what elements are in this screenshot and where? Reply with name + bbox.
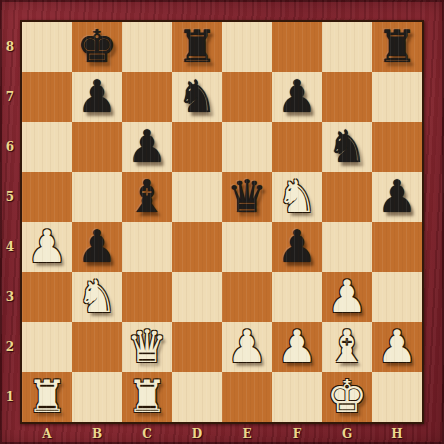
square-g1[interactable]: ♚ bbox=[322, 372, 372, 422]
square-g8[interactable] bbox=[322, 22, 372, 72]
piece-black-pawn[interactable]: ♟ bbox=[72, 222, 122, 272]
piece-black-pawn[interactable]: ♟ bbox=[122, 122, 172, 172]
square-e3[interactable] bbox=[222, 272, 272, 322]
square-a7[interactable] bbox=[22, 72, 72, 122]
chess-board: ♚♜♜♟♞♟♟♞♝♛♞♟♟♟♟♞♟♛♟♟♝♟♜♜♚ bbox=[20, 20, 424, 424]
rank-label-2: 2 bbox=[0, 322, 20, 372]
square-a1[interactable]: ♜ bbox=[22, 372, 72, 422]
piece-white-bishop[interactable]: ♝ bbox=[322, 322, 372, 372]
piece-black-rook[interactable]: ♜ bbox=[172, 22, 222, 72]
file-label-c: C bbox=[122, 424, 172, 444]
square-c5[interactable]: ♝ bbox=[122, 172, 172, 222]
square-h3[interactable] bbox=[372, 272, 422, 322]
square-e5[interactable]: ♛ bbox=[222, 172, 272, 222]
piece-white-pawn[interactable]: ♟ bbox=[222, 322, 272, 372]
rank-label-8: 8 bbox=[0, 22, 20, 72]
square-e7[interactable] bbox=[222, 72, 272, 122]
square-f3[interactable] bbox=[272, 272, 322, 322]
square-b6[interactable] bbox=[72, 122, 122, 172]
square-a5[interactable] bbox=[22, 172, 72, 222]
rank-label-4: 4 bbox=[0, 222, 20, 272]
piece-black-queen[interactable]: ♛ bbox=[222, 172, 272, 222]
square-g3[interactable]: ♟ bbox=[322, 272, 372, 322]
square-f7[interactable]: ♟ bbox=[272, 72, 322, 122]
file-label-d: D bbox=[172, 424, 222, 444]
file-label-f: F bbox=[272, 424, 322, 444]
square-f1[interactable] bbox=[272, 372, 322, 422]
square-b1[interactable] bbox=[72, 372, 122, 422]
square-a6[interactable] bbox=[22, 122, 72, 172]
file-label-e: E bbox=[222, 424, 272, 444]
square-d8[interactable]: ♜ bbox=[172, 22, 222, 72]
square-c6[interactable]: ♟ bbox=[122, 122, 172, 172]
square-c2[interactable]: ♛ bbox=[122, 322, 172, 372]
square-h2[interactable]: ♟ bbox=[372, 322, 422, 372]
square-f2[interactable]: ♟ bbox=[272, 322, 322, 372]
square-f8[interactable] bbox=[272, 22, 322, 72]
square-a2[interactable] bbox=[22, 322, 72, 372]
piece-white-knight[interactable]: ♞ bbox=[272, 172, 322, 222]
piece-black-rook[interactable]: ♜ bbox=[372, 22, 422, 72]
square-h5[interactable]: ♟ bbox=[372, 172, 422, 222]
square-b7[interactable]: ♟ bbox=[72, 72, 122, 122]
piece-white-rook[interactable]: ♜ bbox=[122, 372, 172, 422]
square-e4[interactable] bbox=[222, 222, 272, 272]
piece-black-pawn[interactable]: ♟ bbox=[72, 72, 122, 122]
square-a3[interactable] bbox=[22, 272, 72, 322]
square-d2[interactable] bbox=[172, 322, 222, 372]
square-g4[interactable] bbox=[322, 222, 372, 272]
square-g7[interactable] bbox=[322, 72, 372, 122]
square-e1[interactable] bbox=[222, 372, 272, 422]
square-h8[interactable]: ♜ bbox=[372, 22, 422, 72]
square-d7[interactable]: ♞ bbox=[172, 72, 222, 122]
square-c3[interactable] bbox=[122, 272, 172, 322]
square-f6[interactable] bbox=[272, 122, 322, 172]
square-h7[interactable] bbox=[372, 72, 422, 122]
piece-black-knight[interactable]: ♞ bbox=[172, 72, 222, 122]
square-g2[interactable]: ♝ bbox=[322, 322, 372, 372]
piece-white-rook[interactable]: ♜ bbox=[22, 372, 72, 422]
square-f4[interactable]: ♟ bbox=[272, 222, 322, 272]
rank-label-1: 1 bbox=[0, 372, 20, 422]
square-d6[interactable] bbox=[172, 122, 222, 172]
square-f5[interactable]: ♞ bbox=[272, 172, 322, 222]
square-c4[interactable] bbox=[122, 222, 172, 272]
piece-white-pawn[interactable]: ♟ bbox=[272, 322, 322, 372]
rank-label-5: 5 bbox=[0, 172, 20, 222]
square-d5[interactable] bbox=[172, 172, 222, 222]
board-frame: ♚♜♜♟♞♟♟♞♝♛♞♟♟♟♟♞♟♛♟♟♝♟♜♜♚ 87654321ABCDEF… bbox=[0, 0, 444, 444]
piece-white-pawn[interactable]: ♟ bbox=[22, 222, 72, 272]
square-h4[interactable] bbox=[372, 222, 422, 272]
square-d3[interactable] bbox=[172, 272, 222, 322]
piece-black-king[interactable]: ♚ bbox=[72, 22, 122, 72]
square-d4[interactable] bbox=[172, 222, 222, 272]
piece-black-pawn[interactable]: ♟ bbox=[272, 72, 322, 122]
piece-white-pawn[interactable]: ♟ bbox=[372, 322, 422, 372]
square-c7[interactable] bbox=[122, 72, 172, 122]
square-a4[interactable]: ♟ bbox=[22, 222, 72, 272]
square-b2[interactable] bbox=[72, 322, 122, 372]
rank-label-7: 7 bbox=[0, 72, 20, 122]
square-e8[interactable] bbox=[222, 22, 272, 72]
piece-black-pawn[interactable]: ♟ bbox=[372, 172, 422, 222]
file-label-b: B bbox=[72, 424, 122, 444]
square-d1[interactable] bbox=[172, 372, 222, 422]
file-label-h: H bbox=[372, 424, 422, 444]
square-c1[interactable]: ♜ bbox=[122, 372, 172, 422]
file-label-g: G bbox=[322, 424, 372, 444]
square-b5[interactable] bbox=[72, 172, 122, 222]
square-b8[interactable]: ♚ bbox=[72, 22, 122, 72]
square-g6[interactable]: ♞ bbox=[322, 122, 372, 172]
square-e2[interactable]: ♟ bbox=[222, 322, 272, 372]
piece-white-king[interactable]: ♚ bbox=[322, 372, 372, 422]
rank-label-3: 3 bbox=[0, 272, 20, 322]
piece-white-pawn[interactable]: ♟ bbox=[322, 272, 372, 322]
square-h1[interactable] bbox=[372, 372, 422, 422]
square-b4[interactable]: ♟ bbox=[72, 222, 122, 272]
square-g5[interactable] bbox=[322, 172, 372, 222]
square-b3[interactable]: ♞ bbox=[72, 272, 122, 322]
piece-black-knight[interactable]: ♞ bbox=[322, 122, 372, 172]
piece-white-queen[interactable]: ♛ bbox=[122, 322, 172, 372]
square-a8[interactable] bbox=[22, 22, 72, 72]
square-e6[interactable] bbox=[222, 122, 272, 172]
square-h6[interactable] bbox=[372, 122, 422, 172]
square-c8[interactable] bbox=[122, 22, 172, 72]
piece-white-knight[interactable]: ♞ bbox=[72, 272, 122, 322]
rank-label-6: 6 bbox=[0, 122, 20, 172]
piece-black-pawn[interactable]: ♟ bbox=[272, 222, 322, 272]
piece-black-bishop[interactable]: ♝ bbox=[122, 172, 172, 222]
file-label-a: A bbox=[22, 424, 72, 444]
